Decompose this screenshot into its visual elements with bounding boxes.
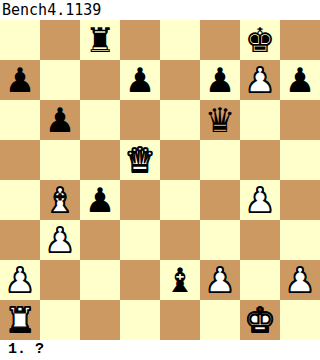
white-pawn[interactable]: ♟ [245, 60, 275, 100]
square-d3[interactable] [120, 220, 160, 260]
square-h5[interactable] [280, 140, 320, 180]
white-bishop[interactable]: ♝ [45, 180, 75, 220]
white-queen[interactable]: ♛ [125, 140, 155, 180]
black-pawn[interactable]: ♟ [285, 60, 315, 100]
black-queen[interactable]: ♛ [205, 100, 235, 140]
square-b1[interactable] [40, 300, 80, 340]
square-f5[interactable] [200, 140, 240, 180]
square-g8[interactable]: ♚ [240, 20, 280, 60]
square-c5[interactable] [80, 140, 120, 180]
square-c4[interactable]: ♟ [80, 180, 120, 220]
black-bishop[interactable]: ♝ [165, 260, 195, 300]
square-f8[interactable] [200, 20, 240, 60]
square-h6[interactable] [280, 100, 320, 140]
white-pawn[interactable]: ♟ [205, 260, 235, 300]
square-f6[interactable]: ♛ [200, 100, 240, 140]
square-a3[interactable] [0, 220, 40, 260]
square-d7[interactable]: ♟ [120, 60, 160, 100]
square-g7[interactable]: ♟ [240, 60, 280, 100]
square-e4[interactable] [160, 180, 200, 220]
square-a6[interactable] [0, 100, 40, 140]
square-b5[interactable] [40, 140, 80, 180]
white-rook[interactable]: ♜ [5, 300, 35, 340]
square-e8[interactable] [160, 20, 200, 60]
square-b4[interactable]: ♝ [40, 180, 80, 220]
black-pawn[interactable]: ♟ [205, 60, 235, 100]
square-b6[interactable]: ♟ [40, 100, 80, 140]
square-a8[interactable] [0, 20, 40, 60]
square-c3[interactable] [80, 220, 120, 260]
square-d8[interactable] [120, 20, 160, 60]
square-h8[interactable] [280, 20, 320, 60]
square-g2[interactable] [240, 260, 280, 300]
black-pawn[interactable]: ♟ [125, 60, 155, 100]
square-e2[interactable]: ♝ [160, 260, 200, 300]
square-h4[interactable] [280, 180, 320, 220]
square-c8[interactable]: ♜ [80, 20, 120, 60]
chess-board: ♜♚♟♟♟♟♟♟♛♛♝♟♟♟♟♝♟♟♜♚ [0, 20, 320, 340]
square-h2[interactable]: ♟ [280, 260, 320, 300]
square-f1[interactable] [200, 300, 240, 340]
square-d6[interactable] [120, 100, 160, 140]
square-f7[interactable]: ♟ [200, 60, 240, 100]
white-pawn[interactable]: ♟ [245, 180, 275, 220]
square-d2[interactable] [120, 260, 160, 300]
square-e3[interactable] [160, 220, 200, 260]
square-a1[interactable]: ♜ [0, 300, 40, 340]
square-h1[interactable] [280, 300, 320, 340]
square-a2[interactable]: ♟ [0, 260, 40, 300]
square-e1[interactable] [160, 300, 200, 340]
white-king[interactable]: ♚ [245, 300, 275, 340]
square-c1[interactable] [80, 300, 120, 340]
square-a7[interactable]: ♟ [0, 60, 40, 100]
square-b3[interactable]: ♟ [40, 220, 80, 260]
square-g5[interactable] [240, 140, 280, 180]
square-e7[interactable] [160, 60, 200, 100]
square-e5[interactable] [160, 140, 200, 180]
square-b8[interactable] [40, 20, 80, 60]
square-a5[interactable] [0, 140, 40, 180]
square-e6[interactable] [160, 100, 200, 140]
black-pawn[interactable]: ♟ [45, 100, 75, 140]
black-pawn[interactable]: ♟ [5, 60, 35, 100]
square-d1[interactable] [120, 300, 160, 340]
black-king[interactable]: ♚ [245, 20, 275, 60]
square-d4[interactable] [120, 180, 160, 220]
square-b7[interactable] [40, 60, 80, 100]
square-g4[interactable]: ♟ [240, 180, 280, 220]
square-c7[interactable] [80, 60, 120, 100]
square-g6[interactable] [240, 100, 280, 140]
white-pawn[interactable]: ♟ [45, 220, 75, 260]
square-h7[interactable]: ♟ [280, 60, 320, 100]
square-a4[interactable] [0, 180, 40, 220]
move-prompt: 1. ? [8, 340, 44, 360]
square-g3[interactable] [240, 220, 280, 260]
page-title: Bench4.1139 [2, 1, 101, 19]
white-pawn[interactable]: ♟ [5, 260, 35, 300]
square-d5[interactable]: ♛ [120, 140, 160, 180]
square-c6[interactable] [80, 100, 120, 140]
square-h3[interactable] [280, 220, 320, 260]
square-f4[interactable] [200, 180, 240, 220]
white-pawn[interactable]: ♟ [285, 260, 315, 300]
square-f3[interactable] [200, 220, 240, 260]
black-pawn[interactable]: ♟ [85, 180, 115, 220]
square-g1[interactable]: ♚ [240, 300, 280, 340]
black-rook[interactable]: ♜ [85, 20, 115, 60]
square-b2[interactable] [40, 260, 80, 300]
square-c2[interactable] [80, 260, 120, 300]
square-f2[interactable]: ♟ [200, 260, 240, 300]
